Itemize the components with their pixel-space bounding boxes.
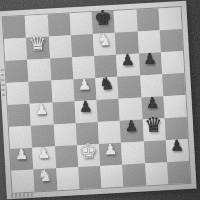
square-h7[interactable] <box>159 29 182 52</box>
square-f2[interactable] <box>121 141 144 164</box>
white-knight[interactable]: ♞ <box>93 28 116 51</box>
black-pawn[interactable]: ♟ <box>141 91 164 114</box>
square-b1[interactable]: ♞ <box>34 168 57 191</box>
square-f6[interactable]: ♟ <box>116 54 139 77</box>
square-a7[interactable] <box>4 38 27 61</box>
black-pawn[interactable]: ♟ <box>165 134 188 157</box>
square-d7[interactable] <box>71 34 94 57</box>
square-d1[interactable] <box>78 166 101 189</box>
black-pawn[interactable]: ♟ <box>74 95 97 118</box>
square-c1[interactable] <box>56 167 79 190</box>
square-e4[interactable] <box>97 99 120 122</box>
square-c6[interactable] <box>50 57 73 80</box>
square-d2[interactable]: ♚ <box>77 144 100 167</box>
square-d4[interactable]: ♟ <box>74 100 97 123</box>
square-b7[interactable]: ♛ <box>26 37 49 60</box>
square-f5[interactable] <box>118 76 141 99</box>
square-g3[interactable]: ♛ <box>142 118 165 141</box>
square-e7[interactable]: ♞ <box>93 33 116 56</box>
square-f1[interactable] <box>122 163 145 186</box>
chess-board: ♚♛♞♟♟♟♞♟♟♟♟♛♟♟♚♟♟♞ <box>0 1 197 199</box>
square-a5[interactable] <box>6 82 29 105</box>
square-a6[interactable] <box>5 60 28 83</box>
square-h4[interactable] <box>163 95 186 118</box>
black-pawn[interactable]: ♟ <box>120 114 143 137</box>
square-g1[interactable] <box>145 162 168 185</box>
black-pawn[interactable]: ♟ <box>116 49 139 72</box>
square-a8[interactable] <box>3 16 26 39</box>
white-queen[interactable]: ♛ <box>26 32 49 55</box>
square-c4[interactable] <box>52 101 75 124</box>
black-queen[interactable]: ♛ <box>142 113 165 136</box>
board-grid: ♚♛♞♟♟♟♞♟♟♟♟♛♟♟♚♟♟♞ <box>2 6 192 194</box>
square-h6[interactable] <box>161 51 184 74</box>
square-h2[interactable]: ♟ <box>166 139 189 162</box>
square-e1[interactable] <box>100 165 123 188</box>
black-king[interactable]: ♚ <box>91 6 114 29</box>
square-b4[interactable]: ♟ <box>30 102 53 125</box>
white-pawn[interactable]: ♟ <box>30 97 53 120</box>
square-g8[interactable] <box>136 8 159 31</box>
square-f3[interactable]: ♟ <box>120 119 143 142</box>
square-h8[interactable] <box>158 7 181 30</box>
black-pawn[interactable]: ♟ <box>138 47 161 70</box>
white-pawn[interactable]: ♟ <box>10 143 33 166</box>
square-f8[interactable] <box>114 10 137 33</box>
square-e2[interactable]: ♟ <box>99 143 122 166</box>
square-c8[interactable] <box>47 13 70 36</box>
white-pawn[interactable]: ♟ <box>32 141 55 164</box>
square-g6[interactable]: ♟ <box>138 52 161 75</box>
white-pawn[interactable]: ♟ <box>99 138 122 161</box>
white-pawn[interactable]: ♟ <box>73 73 96 96</box>
square-a4[interactable] <box>8 104 31 127</box>
square-a1[interactable] <box>11 170 34 193</box>
square-g2[interactable] <box>143 140 166 163</box>
square-h1[interactable] <box>167 161 190 184</box>
square-b6[interactable] <box>27 59 50 82</box>
white-king[interactable]: ♚ <box>76 139 99 162</box>
square-c5[interactable] <box>51 79 74 102</box>
square-h5[interactable] <box>162 73 185 96</box>
photo-frame: ♚♛♞♟♟♟♞♟♟♟♟♛♟♟♚♟♟♞ <box>0 0 200 200</box>
square-c2[interactable] <box>55 145 78 168</box>
square-c3[interactable] <box>53 123 76 146</box>
square-e5[interactable]: ♞ <box>95 77 118 100</box>
square-d8[interactable] <box>69 12 92 35</box>
square-a2[interactable]: ♟ <box>10 148 33 171</box>
white-knight[interactable]: ♞ <box>33 163 56 186</box>
black-knight[interactable]: ♞ <box>95 72 118 95</box>
square-c7[interactable] <box>48 35 71 58</box>
